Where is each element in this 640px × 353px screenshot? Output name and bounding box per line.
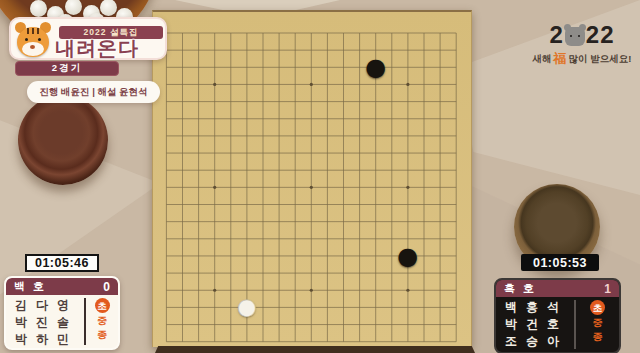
white-team-score: 0 [103,280,110,294]
phase-badge-active: 초 [590,300,605,315]
black-stone-Q6: ● [400,247,416,264]
tiger-stripes [27,28,39,34]
player-name: 김다영 [15,297,84,314]
black-team-header: 흑호 1 [496,280,619,297]
tiger-eyes [25,38,28,41]
greeting-text: 많이 받으세요! [569,53,632,66]
phase-badge-active: 초 [95,298,110,313]
phase-badge: 종 [593,330,603,343]
staff-banner: 진행 배윤진 | 해설 윤현석 [27,81,160,103]
year-digit: 2 [549,21,563,49]
white-team-body: 김다영 박진솔 박하민 초 중 종 [6,295,118,348]
tiger-mascot-icon [13,20,53,62]
new-year-greeting: 새해 福 많이 받으세요! [530,51,634,67]
player-name: 박건호 [505,316,574,333]
white-team-players: 김다영 박진솔 박하민 [6,295,84,348]
broadcast-frame: ●●● 2022 설특집 내려온다 2경기 진행 배윤진 | 해설 윤현석 2 … [0,0,640,353]
board-stones-layer: ●●● [158,24,464,350]
black-team-score: 1 [604,282,611,296]
board-front-edge [155,346,475,353]
year-digits: 22 [586,21,615,49]
go-board: ●●● [152,10,472,347]
white-team-clock: 01:05:46 [25,254,99,272]
stone-bowl-lid [18,95,108,185]
phase-badges: 초 중 종 [576,297,619,352]
game-number-badge: 2경기 [15,61,119,76]
player-name: 조승아 [505,333,574,350]
black-team-name: 흑호 [504,281,542,296]
tiger-ear [564,24,571,31]
black-team-body: 백홍석 박건호 조승아 초 중 종 [496,297,619,352]
white-stone-F3: ● [239,299,255,316]
show-title: 내려온다 [55,36,167,60]
tiger-eyes [570,35,573,38]
black-team-clock: 01:05:53 [521,254,599,271]
white-stone [30,0,47,17]
greeting-fortune-char: 福 [554,50,567,68]
white-team-header: 백호 0 [6,278,118,295]
year-2022: 2 22 [530,22,634,48]
black-stone-O17: ● [368,59,384,76]
greeting-text: 새해 [533,53,552,66]
black-team-panel: 흑호 1 백홍석 박건호 조승아 초 중 종 [494,278,621,353]
tiger-zero-icon [565,27,585,46]
white-team-panel: 백호 0 김다영 박진솔 박하민 초 중 종 [4,276,120,350]
player-name: 박진솔 [15,314,84,331]
tiger-nose [30,45,35,49]
white-team-name: 백호 [14,279,52,294]
tiger-ear [579,24,586,31]
player-name: 박하민 [15,331,84,348]
show-logo-card: 2022 설특집 내려온다 [9,17,167,60]
phase-badge: 중 [593,316,603,329]
black-team-players: 백홍석 박건호 조승아 [496,297,574,352]
new-year-logo: 2 22 새해 福 많이 받으세요! [530,22,634,68]
phase-badges: 초 중 종 [86,295,118,348]
player-name: 백홍석 [505,299,574,316]
phase-badge: 종 [97,328,107,341]
phase-badge: 중 [97,314,107,327]
